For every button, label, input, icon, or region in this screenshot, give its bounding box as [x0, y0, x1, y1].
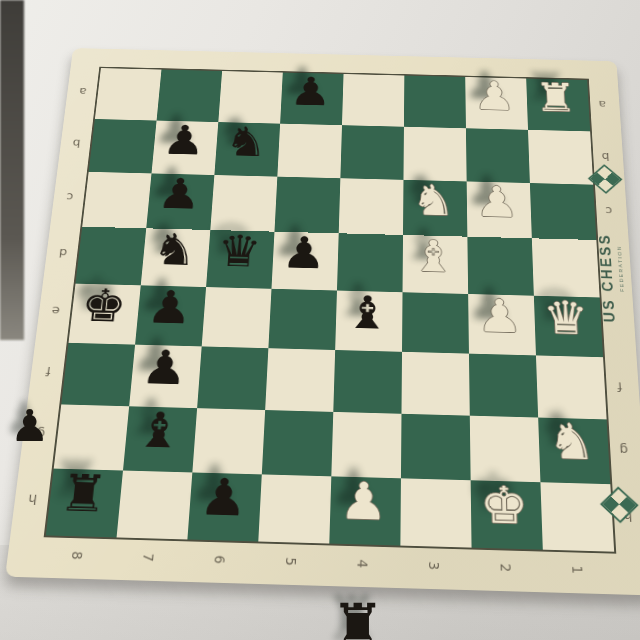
square-b5[interactable] — [277, 124, 342, 179]
piece-black-pawn-b7[interactable]: ♟ — [150, 113, 217, 167]
square-h4[interactable]: ♟ — [329, 476, 401, 545]
square-h5[interactable] — [258, 474, 331, 543]
rank-label-bottom-6: 6 — [209, 550, 230, 570]
file-label-right-b: b — [596, 149, 614, 164]
square-e4[interactable]: ♝ — [335, 291, 402, 352]
piece-black-pawn-c7[interactable]: ♟ — [145, 166, 213, 222]
rank-label-bottom-4: 4 — [352, 554, 372, 574]
rank-label-bottom-7: 7 — [138, 548, 159, 568]
square-d5[interactable]: ♟ — [271, 232, 338, 291]
square-b1[interactable] — [528, 130, 593, 185]
table-edge-shadow — [0, 0, 24, 340]
piece-white-king-h2[interactable]: ♚ — [469, 471, 541, 540]
square-h3[interactable] — [400, 478, 471, 547]
file-label-left-a: a — [73, 84, 92, 99]
square-e6[interactable] — [202, 287, 272, 348]
square-c4[interactable] — [339, 178, 404, 235]
piece-black-pawn-a5[interactable]: ♟ — [279, 66, 342, 118]
square-e8[interactable]: ♚ — [69, 284, 141, 345]
file-label-right-a: a — [593, 97, 611, 112]
us-chess-logo-subtext: FEDERATION — [616, 245, 624, 292]
piece-black-knight-d7[interactable]: ♞ — [140, 221, 209, 279]
square-f4[interactable] — [333, 350, 402, 414]
rank-label-bottom-5: 5 — [281, 552, 302, 572]
square-h6[interactable]: ♟ — [187, 472, 261, 541]
square-c2[interactable]: ♟ — [467, 181, 532, 238]
piece-white-pawn-a2[interactable]: ♟ — [463, 70, 526, 123]
piece-white-pawn-c2[interactable]: ♟ — [465, 174, 530, 231]
square-c1[interactable] — [530, 183, 596, 240]
piece-white-pawn-h4[interactable]: ♟ — [328, 467, 399, 536]
rank-label-bottom-3: 3 — [424, 556, 444, 576]
square-f2[interactable] — [469, 354, 538, 418]
piece-black-knight-b6[interactable]: ♞ — [213, 115, 279, 169]
square-b8[interactable] — [89, 119, 157, 173]
piece-black-pawn-f7[interactable]: ♟ — [128, 336, 200, 399]
square-a8[interactable] — [95, 68, 162, 120]
file-label-left-f: f — [38, 362, 59, 380]
square-a3[interactable] — [404, 76, 466, 129]
rank-label-bottom-2: 2 — [495, 558, 515, 578]
square-e5[interactable] — [268, 289, 337, 350]
piece-white-queen-e1[interactable]: ♛ — [532, 288, 601, 349]
square-b6[interactable]: ♞ — [214, 122, 280, 177]
square-d6[interactable]: ♛ — [206, 230, 274, 289]
piece-black-pawn-d5[interactable]: ♟ — [270, 224, 337, 283]
square-g3[interactable] — [401, 414, 471, 480]
rank-label-bottom-8: 8 — [66, 546, 88, 566]
piece-white-pawn-e2[interactable]: ♟ — [466, 286, 534, 347]
square-h8[interactable]: ♜ — [46, 469, 123, 538]
file-label-left-c: c — [60, 189, 79, 205]
file-label-right-f: f — [610, 378, 630, 396]
piece-white-rook-a1[interactable]: ♜ — [524, 72, 588, 125]
square-h7[interactable] — [117, 471, 193, 540]
vinyl-board-sheet: ♟♟♜♟♞♟♞♟♞♛♟♝♚♟♝♟♛♟♝♞♜♟♟♚ aabbccdeffgghh8… — [5, 48, 640, 595]
file-label-left-b: b — [67, 136, 86, 151]
square-e1[interactable]: ♛ — [534, 296, 603, 358]
piece-white-bishop-d3[interactable]: ♝ — [401, 227, 466, 286]
captured-black-pawn[interactable]: ♟ — [10, 404, 49, 448]
piece-black-pawn-h6[interactable]: ♟ — [186, 463, 260, 532]
square-f5[interactable] — [265, 348, 335, 412]
captured-black-rook[interactable]: ♜ — [330, 596, 386, 640]
square-f6[interactable] — [197, 346, 268, 410]
file-label-right-c: c — [600, 203, 619, 219]
square-g1[interactable]: ♞ — [538, 418, 610, 485]
chess-board-grid: ♟♟♜♟♞♟♞♟♞♛♟♝♚♟♝♟♛♟♝♞♜♟♟♚ — [44, 67, 617, 554]
square-f3[interactable] — [401, 352, 469, 416]
piece-black-queen-d6[interactable]: ♛ — [205, 222, 273, 280]
square-g5[interactable] — [262, 410, 333, 476]
file-label-left-d: d — [53, 245, 73, 261]
square-c8[interactable] — [82, 172, 151, 228]
piece-black-pawn-e7[interactable]: ♟ — [134, 277, 205, 338]
piece-black-rook-h8[interactable]: ♜ — [45, 459, 122, 527]
file-label-left-h: h — [22, 490, 44, 509]
square-d3[interactable]: ♝ — [403, 235, 469, 294]
file-label-right-g: g — [614, 441, 634, 460]
photo-frame: ♟♟♜♟♞♟♞♟♞♛♟♝♚♟♝♟♛♟♝♞♜♟♟♚ aabbccdeffgghh8… — [0, 0, 640, 640]
square-h1[interactable] — [540, 482, 614, 551]
square-g7[interactable]: ♝ — [123, 406, 197, 472]
coordinate-labels: aabbccdeffgghh87654321 — [73, 48, 616, 61]
square-a5[interactable]: ♟ — [280, 73, 343, 126]
square-b4[interactable] — [340, 125, 404, 180]
square-e2[interactable]: ♟ — [468, 294, 536, 355]
piece-black-bishop-e4[interactable]: ♝ — [334, 282, 401, 343]
piece-black-bishop-g7[interactable]: ♝ — [122, 398, 196, 464]
square-h2[interactable]: ♚ — [471, 480, 543, 549]
piece-black-king-e8[interactable]: ♚ — [68, 276, 140, 337]
square-a4[interactable] — [342, 74, 404, 127]
square-e3[interactable] — [402, 292, 469, 353]
square-a2[interactable]: ♟ — [465, 77, 528, 130]
piece-white-knight-g1[interactable]: ♞ — [536, 409, 608, 475]
rank-label-bottom-1: 1 — [567, 560, 588, 580]
piece-white-knight-c3[interactable]: ♞ — [401, 172, 465, 229]
square-a1[interactable]: ♜ — [526, 79, 590, 132]
file-label-left-e: e — [46, 302, 66, 319]
square-f8[interactable] — [61, 343, 135, 406]
